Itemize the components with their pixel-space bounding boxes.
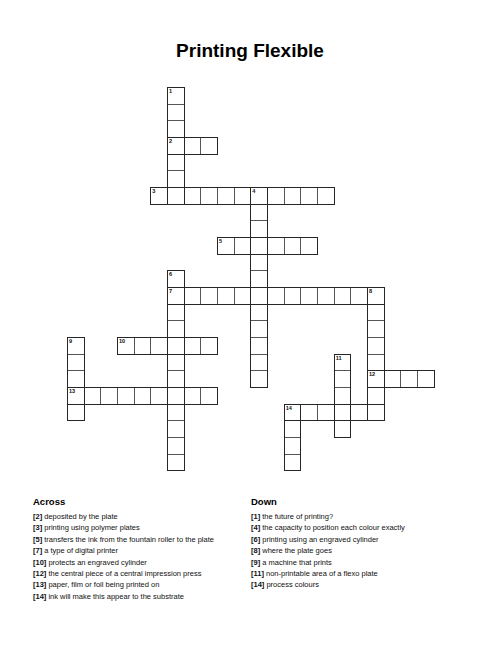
grid-cell-r6c8[interactable]	[200, 187, 218, 205]
clue-number: [3]	[33, 523, 44, 532]
grid-cell-r14c18[interactable]	[367, 320, 385, 338]
grid-cell-r9c14[interactable]	[300, 237, 318, 255]
grid-cell-r18c1[interactable]	[84, 387, 102, 405]
grid-cell-r22c13[interactable]	[284, 454, 302, 472]
grid-cell-r15c5[interactable]	[150, 337, 168, 355]
grid-cell-r18c7[interactable]	[184, 387, 202, 405]
grid-cell-r17c0[interactable]	[67, 370, 85, 388]
clue-number: [13]	[33, 580, 48, 589]
clue-down-6: [6] printing using an engraved cylinder	[251, 534, 463, 545]
clue-number: [6]	[251, 535, 262, 544]
clue-across-13: [13] paper, film or foil being printed o…	[33, 579, 245, 590]
grid-cell-r19c15[interactable]	[317, 404, 335, 422]
grid-cell-r15c0[interactable]	[67, 337, 85, 355]
grid-cell-r6c9[interactable]	[217, 187, 235, 205]
grid-cell-r12c15[interactable]	[317, 287, 335, 305]
grid-cell-r15c3[interactable]	[117, 337, 135, 355]
grid-cell-r3c6[interactable]	[167, 137, 185, 155]
grid-cell-r18c5[interactable]	[150, 387, 168, 405]
grid-cell-r21c6[interactable]	[167, 437, 185, 455]
grid-cell-r18c16[interactable]	[334, 387, 352, 405]
clue-number: [7]	[33, 546, 44, 555]
grid-cell-r16c6[interactable]	[167, 354, 185, 372]
grid-cell-r17c20[interactable]	[400, 370, 418, 388]
grid-cell-r12c18[interactable]	[367, 287, 385, 305]
clue-number: [14]	[33, 592, 48, 601]
grid-cell-r6c11[interactable]	[250, 187, 268, 205]
page-title: Printing Flexible	[0, 40, 500, 62]
grid-cell-r15c7[interactable]	[184, 337, 202, 355]
grid-cell-r12c9[interactable]	[217, 287, 235, 305]
grid-cell-r17c16[interactable]	[334, 370, 352, 388]
clue-number: [4]	[251, 523, 262, 532]
grid-cell-r7c11[interactable]	[250, 204, 268, 222]
grid-cell-r19c6[interactable]	[167, 404, 185, 422]
clue-down-11: [11] non-printable area of a flexo plate	[251, 568, 463, 579]
grid-cell-r15c4[interactable]	[134, 337, 152, 355]
grid-cell-r21c13[interactable]	[284, 437, 302, 455]
across-clue-list: [2] deposited by the plate[3] printing u…	[33, 511, 245, 602]
grid-cell-r10c11[interactable]	[250, 254, 268, 272]
clue-down-4: [4] the capacity to position each colour…	[251, 522, 463, 533]
across-clues-section: Across [2] deposited by the plate[3] pri…	[33, 496, 245, 602]
clue-across-5: [5] transfers the ink from the fountain …	[33, 534, 245, 545]
grid-cell-r18c3[interactable]	[117, 387, 135, 405]
crossword-grid: 1234567891011121314	[67, 87, 435, 472]
grid-cell-r18c0[interactable]	[67, 387, 85, 405]
grid-cell-r19c17[interactable]	[350, 404, 368, 422]
clue-across-2: [2] deposited by the plate	[33, 511, 245, 522]
grid-cell-r18c6[interactable]	[167, 387, 185, 405]
grid-cell-r14c11[interactable]	[250, 320, 268, 338]
down-heading: Down	[251, 496, 463, 507]
clue-number: [14]	[251, 580, 266, 589]
grid-cell-r19c18[interactable]	[367, 404, 385, 422]
clue-number: [12]	[33, 569, 48, 578]
grid-cell-r3c7[interactable]	[184, 137, 202, 155]
grid-cell-r6c10[interactable]	[234, 187, 252, 205]
grid-cell-r17c21[interactable]	[417, 370, 435, 388]
crossword-page: Printing Flexible 1234567891011121314 Ac…	[0, 0, 500, 647]
grid-cell-r17c11[interactable]	[250, 370, 268, 388]
grid-cell-r15c18[interactable]	[367, 337, 385, 355]
grid-cell-r11c6[interactable]	[167, 270, 185, 288]
grid-cell-r16c11[interactable]	[250, 354, 268, 372]
grid-cell-r14c6[interactable]	[167, 320, 185, 338]
grid-cell-r17c6[interactable]	[167, 370, 185, 388]
across-heading: Across	[33, 496, 245, 507]
grid-cell-r13c11[interactable]	[250, 304, 268, 322]
grid-cell-r20c6[interactable]	[167, 420, 185, 438]
grid-cell-r6c14[interactable]	[300, 187, 318, 205]
grid-cell-r3c8[interactable]	[200, 137, 218, 155]
grid-cell-r17c18[interactable]	[367, 370, 385, 388]
grid-cell-r6c5[interactable]	[150, 187, 168, 205]
clue-number: [2]	[33, 512, 44, 521]
grid-cell-r6c12[interactable]	[267, 187, 285, 205]
clue-number: [10]	[33, 558, 48, 567]
grid-cell-r12c11[interactable]	[250, 287, 268, 305]
grid-cell-r9c10[interactable]	[234, 237, 252, 255]
grid-cell-r9c11[interactable]	[250, 237, 268, 255]
grid-cell-r16c0[interactable]	[67, 354, 85, 372]
grid-cell-r1c6[interactable]	[167, 104, 185, 122]
grid-cell-r6c15[interactable]	[317, 187, 335, 205]
grid-cell-r15c11[interactable]	[250, 337, 268, 355]
grid-cell-r17c19[interactable]	[384, 370, 402, 388]
clue-number: [1]	[251, 512, 262, 521]
grid-cell-r9c13[interactable]	[284, 237, 302, 255]
grid-cell-r11c11[interactable]	[250, 270, 268, 288]
clue-down-14: [14] process colours	[251, 579, 463, 590]
grid-cell-r6c7[interactable]	[184, 187, 202, 205]
grid-cell-r16c16[interactable]	[334, 354, 352, 372]
grid-cell-r12c16[interactable]	[334, 287, 352, 305]
clue-down-9: [9] a machine that prints	[251, 557, 463, 568]
grid-cell-r9c12[interactable]	[267, 237, 285, 255]
grid-cell-r12c12[interactable]	[267, 287, 285, 305]
down-clues-section: Down [1] the future of printing?[4] the …	[251, 496, 463, 591]
grid-cell-r20c13[interactable]	[284, 420, 302, 438]
grid-cell-r18c4[interactable]	[134, 387, 152, 405]
grid-cell-r19c13[interactable]	[284, 404, 302, 422]
grid-cell-r2c6[interactable]	[167, 120, 185, 138]
clue-across-3: [3] printing using polymer plates	[33, 522, 245, 533]
clue-number: [11]	[251, 569, 266, 578]
grid-cell-r12c10[interactable]	[234, 287, 252, 305]
grid-cell-r12c14[interactable]	[300, 287, 318, 305]
clue-number: [5]	[33, 535, 44, 544]
clue-down-1: [1] the future of printing?	[251, 511, 463, 522]
clue-across-7: [7] a type of digital printer	[33, 545, 245, 556]
grid-cell-r19c14[interactable]	[300, 404, 318, 422]
grid-cell-r16c18[interactable]	[367, 354, 385, 372]
grid-cell-r15c8[interactable]	[200, 337, 218, 355]
grid-cell-r12c8[interactable]	[200, 287, 218, 305]
grid-cell-r13c18[interactable]	[367, 304, 385, 322]
grid-cell-r0c6[interactable]	[167, 87, 185, 105]
grid-cell-r9c9[interactable]	[217, 237, 235, 255]
grid-cell-r4c6[interactable]	[167, 154, 185, 172]
clue-across-14: [14] ink will make this appear to the su…	[33, 591, 245, 602]
grid-cell-r12c13[interactable]	[284, 287, 302, 305]
clue-number: [8]	[251, 546, 262, 555]
grid-cell-r19c0[interactable]	[67, 404, 85, 422]
grid-cell-r18c18[interactable]	[367, 387, 385, 405]
grid-cell-r22c6[interactable]	[167, 454, 185, 472]
grid-cell-r8c11[interactable]	[250, 220, 268, 238]
clue-down-8: [8] where the plate goes	[251, 545, 463, 556]
down-clue-list: [1] the future of printing?[4] the capac…	[251, 511, 463, 591]
grid-cell-r20c16[interactable]	[334, 420, 352, 438]
grid-cell-r15c6[interactable]	[167, 337, 185, 355]
grid-cell-r19c16[interactable]	[334, 404, 352, 422]
grid-cell-r6c6[interactable]	[167, 187, 185, 205]
clue-across-12: [12] the central piece of a central impr…	[33, 568, 245, 579]
grid-cell-r18c8[interactable]	[200, 387, 218, 405]
grid-cell-r18c2[interactable]	[100, 387, 118, 405]
clue-number: [9]	[251, 558, 262, 567]
clue-across-10: [10] protects an engraved cylinder	[33, 557, 245, 568]
grid-cell-r12c6[interactable]	[167, 287, 185, 305]
grid-cell-r5c6[interactable]	[167, 170, 185, 188]
grid-cell-r6c13[interactable]	[284, 187, 302, 205]
grid-cell-r13c6[interactable]	[167, 304, 185, 322]
grid-cell-r12c7[interactable]	[184, 287, 202, 305]
grid-cell-r12c17[interactable]	[350, 287, 368, 305]
